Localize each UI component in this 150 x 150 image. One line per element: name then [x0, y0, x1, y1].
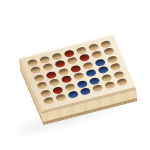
empty-hole [43, 97, 55, 105]
product-photo-connect-four [0, 0, 150, 150]
empty-hole [55, 94, 67, 102]
hole-r6-c7 [114, 77, 129, 88]
empty-hole [104, 81, 116, 89]
blue-disc [79, 88, 91, 96]
blue-disc [67, 91, 79, 99]
empty-hole [116, 78, 128, 86]
empty-hole [92, 84, 104, 92]
